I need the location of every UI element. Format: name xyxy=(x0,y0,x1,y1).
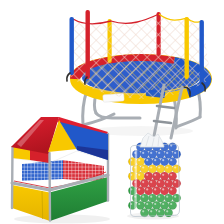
net-pole-blue-right xyxy=(200,20,204,85)
bag-highlight xyxy=(136,150,137,212)
ball-bag xyxy=(127,133,181,220)
trampoline xyxy=(67,10,211,138)
net-pole-red-left xyxy=(86,10,90,79)
scene xyxy=(0,0,224,224)
ball-pit-tent xyxy=(11,117,110,224)
safety-net xyxy=(71,14,211,99)
net-pole-blue-left xyxy=(70,17,74,75)
product-photo[interactable] xyxy=(0,0,224,224)
net-pole-yellow-right xyxy=(185,17,189,79)
bag-film xyxy=(130,144,179,217)
